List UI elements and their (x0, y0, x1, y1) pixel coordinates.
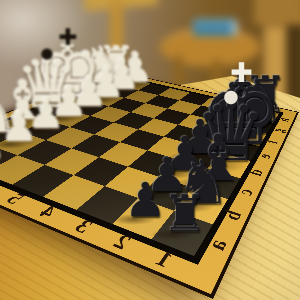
blue-book-pages (233, 22, 237, 34)
chess-scene: abcdefgh12345678 ♜♟♞♟♝♟♚✚♟♟♛●♜♟♟♝♞♟♟♞♝♟♟… (0, 0, 300, 300)
chair-post (110, 0, 123, 62)
blue-book (193, 19, 237, 36)
wall-light-patch (0, 0, 88, 68)
wooden-slats (254, 0, 300, 26)
